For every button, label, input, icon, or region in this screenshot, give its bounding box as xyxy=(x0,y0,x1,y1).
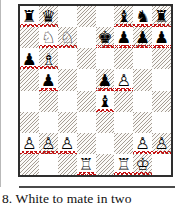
square-b8[interactable]: ♛ xyxy=(39,6,58,27)
square-f8[interactable]: ♝ xyxy=(114,6,133,27)
square-e7[interactable]: ♚ xyxy=(96,27,115,48)
square-g1[interactable]: ♔ xyxy=(133,154,152,175)
square-c2[interactable]: ♙ xyxy=(58,133,77,154)
square-e3[interactable] xyxy=(96,112,115,133)
black-pawn-g7[interactable]: ♟ xyxy=(135,30,150,47)
page: ♜♛♝♞♜♘♘♚♟♟♟♟♗♟♟♙♝♙♙♙♙♙♖♖♔ 8. White to ma… xyxy=(0,0,175,213)
square-a5[interactable] xyxy=(20,69,39,90)
square-d7[interactable] xyxy=(77,27,96,48)
square-h6[interactable] xyxy=(152,48,171,69)
square-f5[interactable]: ♙ xyxy=(114,69,133,90)
square-d1[interactable]: ♖ xyxy=(77,154,96,175)
square-b6[interactable]: ♗ xyxy=(39,48,58,69)
square-b7[interactable]: ♘ xyxy=(39,27,58,48)
square-a8[interactable]: ♜ xyxy=(20,6,39,27)
square-h7[interactable]: ♟ xyxy=(152,27,171,48)
square-g2[interactable]: ♙ xyxy=(133,133,152,154)
square-f7[interactable]: ♟ xyxy=(114,27,133,48)
white-rook-d1[interactable]: ♖ xyxy=(79,157,94,174)
square-d8[interactable] xyxy=(77,6,96,27)
black-bishop-f8[interactable]: ♝ xyxy=(116,9,131,26)
black-rook-h8[interactable]: ♜ xyxy=(154,9,169,26)
board-squares: ♜♛♝♞♜♘♘♚♟♟♟♟♗♟♟♙♝♙♙♙♙♙♖♖♔ xyxy=(20,6,171,175)
square-a6[interactable]: ♟ xyxy=(20,48,39,69)
square-b3[interactable] xyxy=(39,112,58,133)
square-d2[interactable] xyxy=(77,133,96,154)
white-pawn-b2[interactable]: ♙ xyxy=(41,136,56,153)
square-a7[interactable] xyxy=(20,27,39,48)
white-knight-b7[interactable]: ♘ xyxy=(41,30,56,47)
square-h4[interactable] xyxy=(152,91,171,112)
square-c7[interactable]: ♘ xyxy=(58,27,77,48)
black-pawn-b5[interactable]: ♟ xyxy=(41,72,56,89)
square-c8[interactable] xyxy=(58,6,77,27)
white-pawn-c2[interactable]: ♙ xyxy=(60,136,75,153)
square-h2[interactable]: ♙ xyxy=(152,133,171,154)
square-g8[interactable]: ♞ xyxy=(133,6,152,27)
black-pawn-f7[interactable]: ♟ xyxy=(116,30,131,47)
square-e2[interactable] xyxy=(96,133,115,154)
square-f3[interactable] xyxy=(114,112,133,133)
square-d3[interactable] xyxy=(77,112,96,133)
square-c6[interactable] xyxy=(58,48,77,69)
chess-board: ♜♛♝♞♜♘♘♚♟♟♟♟♗♟♟♙♝♙♙♙♙♙♖♖♔ xyxy=(18,4,173,177)
square-c5[interactable] xyxy=(58,69,77,90)
square-d4[interactable] xyxy=(77,91,96,112)
white-king-g1[interactable]: ♔ xyxy=(135,157,150,174)
black-pawn-h7[interactable]: ♟ xyxy=(154,30,169,47)
square-c4[interactable] xyxy=(58,91,77,112)
square-a1[interactable] xyxy=(20,154,39,175)
square-g5[interactable] xyxy=(133,69,152,90)
square-e5[interactable]: ♟ xyxy=(96,69,115,90)
square-b1[interactable] xyxy=(39,154,58,175)
figure-left-rule xyxy=(0,0,1,187)
black-queen-b8[interactable]: ♛ xyxy=(41,9,56,26)
square-e1[interactable] xyxy=(96,154,115,175)
white-rook-f1[interactable]: ♖ xyxy=(116,157,131,174)
square-g4[interactable] xyxy=(133,91,152,112)
caption: 8. White to mate in two xyxy=(2,191,132,207)
square-b5[interactable]: ♟ xyxy=(39,69,58,90)
square-d6[interactable] xyxy=(77,48,96,69)
square-h5[interactable] xyxy=(152,69,171,90)
square-f1[interactable]: ♖ xyxy=(114,154,133,175)
black-pawn-a6[interactable]: ♟ xyxy=(22,51,37,68)
figure-bottom-rule xyxy=(19,186,175,188)
black-knight-g8[interactable]: ♞ xyxy=(135,9,150,26)
square-e6[interactable] xyxy=(96,48,115,69)
square-g6[interactable] xyxy=(133,48,152,69)
square-h1[interactable] xyxy=(152,154,171,175)
square-h3[interactable] xyxy=(152,112,171,133)
square-g3[interactable] xyxy=(133,112,152,133)
square-a3[interactable] xyxy=(20,112,39,133)
square-d5[interactable] xyxy=(77,69,96,90)
square-b4[interactable] xyxy=(39,91,58,112)
black-bishop-e4[interactable]: ♝ xyxy=(98,93,113,110)
white-pawn-h2[interactable]: ♙ xyxy=(154,136,169,153)
square-h8[interactable]: ♜ xyxy=(152,6,171,27)
black-rook-a8[interactable]: ♜ xyxy=(22,9,37,26)
square-b2[interactable]: ♙ xyxy=(39,133,58,154)
white-knight-c7[interactable]: ♘ xyxy=(60,30,75,47)
square-f2[interactable] xyxy=(114,133,133,154)
square-f4[interactable] xyxy=(114,91,133,112)
square-c3[interactable] xyxy=(58,112,77,133)
square-a4[interactable] xyxy=(20,91,39,112)
white-pawn-f5[interactable]: ♙ xyxy=(116,72,131,89)
black-pawn-e5[interactable]: ♟ xyxy=(98,72,113,89)
square-c1[interactable] xyxy=(58,154,77,175)
white-pawn-g2[interactable]: ♙ xyxy=(135,136,150,153)
square-g7[interactable]: ♟ xyxy=(133,27,152,48)
square-e8[interactable] xyxy=(96,6,115,27)
square-e4[interactable]: ♝ xyxy=(96,91,115,112)
white-bishop-b6[interactable]: ♗ xyxy=(41,51,56,68)
white-pawn-a2[interactable]: ♙ xyxy=(22,136,37,153)
square-a2[interactable]: ♙ xyxy=(20,133,39,154)
black-king-e7[interactable]: ♚ xyxy=(98,30,113,47)
square-f6[interactable] xyxy=(114,48,133,69)
